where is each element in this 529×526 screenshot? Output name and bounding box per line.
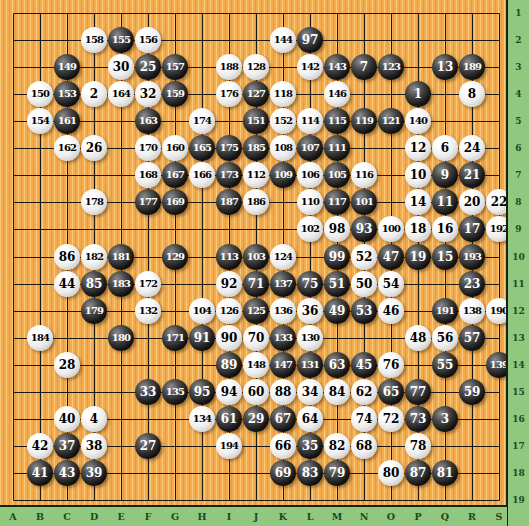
black-stone-25: 25 bbox=[135, 54, 161, 80]
move-number: 116 bbox=[355, 170, 373, 180]
move-number: 131 bbox=[301, 359, 319, 369]
move-number: 78 bbox=[410, 439, 427, 451]
black-stone-129: 129 bbox=[162, 244, 188, 270]
move-number: 178 bbox=[85, 197, 103, 207]
black-stone-97: 97 bbox=[297, 27, 323, 53]
white-stone-126: 126 bbox=[216, 298, 242, 324]
white-stone-188: 188 bbox=[216, 54, 242, 80]
move-number: 150 bbox=[31, 89, 49, 99]
move-number: 147 bbox=[274, 359, 292, 369]
move-number: 168 bbox=[139, 170, 157, 180]
column-labels: ABCDEFGHIJKLMNOPQRS bbox=[0, 507, 507, 526]
move-number: 66 bbox=[275, 439, 292, 451]
move-number: 65 bbox=[383, 385, 400, 397]
black-stone-65: 65 bbox=[378, 379, 404, 405]
col-label-G: G bbox=[168, 511, 182, 522]
move-number: 127 bbox=[247, 89, 265, 99]
black-stone-71: 71 bbox=[243, 271, 269, 297]
white-stone-48: 48 bbox=[405, 325, 431, 351]
white-stone-30: 30 bbox=[108, 54, 134, 80]
black-stone-123: 123 bbox=[378, 54, 404, 80]
move-number: 151 bbox=[247, 116, 265, 126]
row-label-17: 17 bbox=[508, 441, 529, 451]
white-stone-82: 82 bbox=[324, 433, 350, 459]
black-stone-81: 81 bbox=[432, 460, 458, 486]
move-number: 105 bbox=[328, 170, 346, 180]
white-stone-124: 124 bbox=[270, 244, 296, 270]
black-stone-47: 47 bbox=[378, 244, 404, 270]
black-stone-83: 83 bbox=[297, 460, 323, 486]
black-stone-55: 55 bbox=[432, 352, 458, 378]
move-number: 181 bbox=[112, 251, 130, 261]
move-number: 91 bbox=[194, 331, 211, 343]
row-label-7: 7 bbox=[508, 170, 529, 180]
black-stone-57: 57 bbox=[459, 325, 485, 351]
move-number: 76 bbox=[383, 358, 400, 370]
col-label-F: F bbox=[141, 511, 155, 522]
col-label-A: A bbox=[6, 511, 20, 522]
col-label-P: P bbox=[411, 511, 425, 522]
black-stone-77: 77 bbox=[405, 379, 431, 405]
move-number: 23 bbox=[464, 277, 481, 289]
white-stone-78: 78 bbox=[405, 433, 431, 459]
white-stone-64: 64 bbox=[297, 406, 323, 432]
move-number: 117 bbox=[328, 197, 346, 207]
move-number: 37 bbox=[59, 439, 76, 451]
move-number: 182 bbox=[85, 251, 103, 261]
move-number: 29 bbox=[248, 412, 265, 424]
move-number: 140 bbox=[409, 116, 427, 126]
move-number: 28 bbox=[59, 358, 76, 370]
move-number: 153 bbox=[58, 89, 76, 99]
row-label-2: 2 bbox=[508, 35, 529, 45]
white-stone-136: 136 bbox=[270, 298, 296, 324]
move-number: 70 bbox=[248, 331, 265, 343]
move-number: 9 bbox=[441, 169, 449, 181]
move-number: 104 bbox=[193, 305, 211, 315]
move-number: 24 bbox=[464, 142, 481, 154]
black-stone-79: 79 bbox=[324, 460, 350, 486]
black-stone-179: 179 bbox=[81, 298, 107, 324]
white-stone-104: 104 bbox=[189, 298, 215, 324]
white-stone-118: 118 bbox=[270, 81, 296, 107]
move-number: 106 bbox=[301, 170, 319, 180]
black-stone-137: 137 bbox=[270, 271, 296, 297]
move-number: 85 bbox=[86, 277, 103, 289]
black-stone-149: 149 bbox=[54, 54, 80, 80]
row-label-13: 13 bbox=[508, 333, 529, 343]
move-number: 149 bbox=[58, 62, 76, 72]
black-stone-87: 87 bbox=[405, 460, 431, 486]
move-number: 10 bbox=[410, 169, 427, 181]
move-number: 167 bbox=[166, 170, 184, 180]
move-number: 159 bbox=[166, 89, 184, 99]
row-label-4: 4 bbox=[508, 89, 529, 99]
white-stone-36: 36 bbox=[297, 298, 323, 324]
black-stone-159: 159 bbox=[162, 81, 188, 107]
black-stone-49: 49 bbox=[324, 298, 350, 324]
black-stone-113: 113 bbox=[216, 244, 242, 270]
move-number: 94 bbox=[221, 385, 238, 397]
black-stone-59: 59 bbox=[459, 379, 485, 405]
move-number: 98 bbox=[329, 223, 346, 235]
move-number: 112 bbox=[247, 170, 265, 180]
move-number: 68 bbox=[356, 439, 373, 451]
white-stone-182: 182 bbox=[81, 244, 107, 270]
black-stone-35: 35 bbox=[297, 433, 323, 459]
move-number: 17 bbox=[464, 223, 481, 235]
black-stone-99: 99 bbox=[324, 244, 350, 270]
go-board[interactable]: 1581551561449714930251571881281421437123… bbox=[0, 0, 507, 506]
black-stone-69: 69 bbox=[270, 460, 296, 486]
white-stone-194: 194 bbox=[216, 433, 242, 459]
move-number: 93 bbox=[356, 223, 373, 235]
move-number: 15 bbox=[437, 250, 454, 262]
move-number: 97 bbox=[302, 34, 319, 46]
move-number: 189 bbox=[463, 62, 481, 72]
move-number: 100 bbox=[382, 224, 400, 234]
move-number: 132 bbox=[139, 305, 157, 315]
move-number: 88 bbox=[275, 385, 292, 397]
move-number: 134 bbox=[193, 413, 211, 423]
white-stone-156: 156 bbox=[135, 27, 161, 53]
move-number: 161 bbox=[58, 116, 76, 126]
move-number: 48 bbox=[410, 331, 427, 343]
move-number: 2 bbox=[90, 88, 98, 100]
white-stone-4: 4 bbox=[81, 406, 107, 432]
black-stone-127: 127 bbox=[243, 81, 269, 107]
move-number: 124 bbox=[274, 251, 292, 261]
white-stone-42: 42 bbox=[27, 433, 53, 459]
move-number: 185 bbox=[247, 143, 265, 153]
move-number: 18 bbox=[410, 223, 427, 235]
row-label-8: 8 bbox=[508, 197, 529, 207]
move-number: 166 bbox=[193, 170, 211, 180]
move-number: 143 bbox=[328, 62, 346, 72]
move-number: 33 bbox=[140, 385, 157, 397]
move-number: 194 bbox=[220, 440, 238, 450]
col-label-H: H bbox=[195, 511, 209, 522]
black-stone-29: 29 bbox=[243, 406, 269, 432]
white-stone-60: 60 bbox=[243, 379, 269, 405]
white-stone-184: 184 bbox=[27, 325, 53, 351]
black-stone-189: 189 bbox=[459, 54, 485, 80]
move-number: 186 bbox=[247, 197, 265, 207]
move-number: 61 bbox=[221, 412, 238, 424]
black-stone-153: 153 bbox=[54, 81, 80, 107]
move-number: 162 bbox=[58, 143, 76, 153]
move-number: 36 bbox=[302, 304, 319, 316]
black-stone-27: 27 bbox=[135, 433, 161, 459]
move-number: 123 bbox=[382, 62, 400, 72]
black-stone-155: 155 bbox=[108, 27, 134, 53]
col-label-I: I bbox=[222, 511, 236, 522]
move-number: 39 bbox=[86, 467, 103, 479]
white-stone-128: 128 bbox=[243, 54, 269, 80]
move-number: 56 bbox=[437, 331, 454, 343]
move-number: 155 bbox=[112, 35, 130, 45]
move-number: 79 bbox=[329, 467, 346, 479]
move-number: 46 bbox=[383, 304, 400, 316]
move-number: 52 bbox=[356, 250, 373, 262]
move-number: 187 bbox=[220, 197, 238, 207]
white-stone-44: 44 bbox=[54, 271, 80, 297]
white-stone-40: 40 bbox=[54, 406, 80, 432]
white-stone-50: 50 bbox=[351, 271, 377, 297]
move-number: 115 bbox=[328, 116, 346, 126]
move-number: 20 bbox=[464, 196, 481, 208]
row-label-5: 5 bbox=[508, 116, 529, 126]
move-number: 180 bbox=[112, 332, 130, 342]
black-stone-61: 61 bbox=[216, 406, 242, 432]
move-number: 113 bbox=[220, 251, 238, 261]
move-number: 45 bbox=[356, 358, 373, 370]
white-stone-8: 8 bbox=[459, 81, 485, 107]
col-label-N: N bbox=[357, 511, 371, 522]
move-number: 22 bbox=[491, 196, 508, 208]
move-number: 27 bbox=[140, 439, 157, 451]
white-stone-148: 148 bbox=[243, 352, 269, 378]
col-label-M: M bbox=[330, 511, 344, 522]
white-stone-70: 70 bbox=[243, 325, 269, 351]
white-stone-52: 52 bbox=[351, 244, 377, 270]
move-number: 84 bbox=[329, 385, 346, 397]
black-stone-7: 7 bbox=[351, 54, 377, 80]
black-stone-85: 85 bbox=[81, 271, 107, 297]
move-number: 7 bbox=[360, 61, 368, 73]
move-number: 169 bbox=[166, 197, 184, 207]
white-stone-84: 84 bbox=[324, 379, 350, 405]
move-number: 184 bbox=[31, 332, 49, 342]
white-stone-130: 130 bbox=[297, 325, 323, 351]
white-stone-86: 86 bbox=[54, 244, 80, 270]
black-stone-51: 51 bbox=[324, 271, 350, 297]
move-number: 71 bbox=[248, 277, 265, 289]
move-number: 43 bbox=[59, 467, 76, 479]
move-number: 173 bbox=[220, 170, 238, 180]
move-number: 165 bbox=[193, 143, 211, 153]
col-label-J: J bbox=[249, 511, 263, 522]
move-number: 35 bbox=[302, 439, 319, 451]
row-label-19: 19 bbox=[508, 495, 529, 505]
black-stone-13: 13 bbox=[432, 54, 458, 80]
move-number: 87 bbox=[410, 467, 427, 479]
move-number: 156 bbox=[139, 35, 157, 45]
row-labels: 12345678910111213141516171819 bbox=[508, 0, 529, 526]
white-stone-144: 144 bbox=[270, 27, 296, 53]
white-stone-132: 132 bbox=[135, 298, 161, 324]
move-number: 8 bbox=[468, 88, 476, 100]
white-stone-76: 76 bbox=[378, 352, 404, 378]
black-stone-133: 133 bbox=[270, 325, 296, 351]
col-label-R: R bbox=[465, 511, 479, 522]
col-label-S: S bbox=[492, 511, 506, 522]
move-number: 11 bbox=[437, 196, 454, 208]
move-number: 55 bbox=[437, 358, 454, 370]
move-number: 16 bbox=[437, 223, 454, 235]
move-number: 108 bbox=[274, 143, 292, 153]
move-number: 126 bbox=[220, 305, 238, 315]
white-stone-158: 158 bbox=[81, 27, 107, 53]
white-stone-146: 146 bbox=[324, 81, 350, 107]
move-number: 14 bbox=[410, 196, 427, 208]
move-number: 177 bbox=[139, 197, 157, 207]
row-label-9: 9 bbox=[508, 224, 529, 234]
white-stone-80: 80 bbox=[378, 460, 404, 486]
move-number: 158 bbox=[85, 35, 103, 45]
move-number: 90 bbox=[221, 331, 238, 343]
move-number: 60 bbox=[248, 385, 265, 397]
black-stone-91: 91 bbox=[189, 325, 215, 351]
move-number: 176 bbox=[220, 89, 238, 99]
move-number: 130 bbox=[301, 332, 319, 342]
move-number: 69 bbox=[275, 467, 292, 479]
move-number: 175 bbox=[220, 143, 238, 153]
black-stone-193: 193 bbox=[459, 244, 485, 270]
white-stone-68: 68 bbox=[351, 433, 377, 459]
col-label-Q: Q bbox=[438, 511, 452, 522]
move-number: 193 bbox=[463, 251, 481, 261]
move-number: 54 bbox=[383, 277, 400, 289]
move-number: 107 bbox=[301, 143, 319, 153]
white-stone-28: 28 bbox=[54, 352, 80, 378]
move-number: 19 bbox=[410, 250, 427, 262]
move-number: 73 bbox=[410, 412, 427, 424]
move-number: 3 bbox=[441, 412, 449, 424]
col-label-O: O bbox=[384, 511, 398, 522]
move-number: 62 bbox=[356, 385, 373, 397]
row-label-1: 1 bbox=[508, 8, 529, 18]
black-stone-73: 73 bbox=[405, 406, 431, 432]
black-stone-3: 3 bbox=[432, 406, 458, 432]
move-number: 13 bbox=[437, 61, 454, 73]
move-number: 40 bbox=[59, 412, 76, 424]
move-number: 174 bbox=[193, 116, 211, 126]
col-label-E: E bbox=[114, 511, 128, 522]
black-stone-125: 125 bbox=[243, 298, 269, 324]
move-number: 128 bbox=[247, 62, 265, 72]
black-stone-171: 171 bbox=[162, 325, 188, 351]
white-stone-142: 142 bbox=[297, 54, 323, 80]
move-number: 32 bbox=[140, 88, 157, 100]
white-stone-54: 54 bbox=[378, 271, 404, 297]
move-number: 144 bbox=[274, 35, 292, 45]
black-stone-41: 41 bbox=[27, 460, 53, 486]
move-number: 129 bbox=[166, 251, 184, 261]
col-label-B: B bbox=[33, 511, 47, 522]
col-label-C: C bbox=[60, 511, 74, 522]
move-number: 72 bbox=[383, 412, 400, 424]
white-stone-138: 138 bbox=[459, 298, 485, 324]
move-number: 59 bbox=[464, 385, 481, 397]
row-label-15: 15 bbox=[508, 387, 529, 397]
move-number: 50 bbox=[356, 277, 373, 289]
row-label-18: 18 bbox=[508, 468, 529, 478]
move-number: 4 bbox=[90, 412, 98, 424]
move-number: 179 bbox=[85, 305, 103, 315]
move-number: 82 bbox=[329, 439, 346, 451]
move-number: 99 bbox=[329, 250, 346, 262]
white-stone-164: 164 bbox=[108, 81, 134, 107]
white-stone-92: 92 bbox=[216, 271, 242, 297]
move-number: 170 bbox=[139, 143, 157, 153]
white-stone-34: 34 bbox=[297, 379, 323, 405]
move-number: 80 bbox=[383, 467, 400, 479]
black-stone-39: 39 bbox=[81, 460, 107, 486]
move-number: 114 bbox=[301, 116, 319, 126]
move-number: 47 bbox=[383, 250, 400, 262]
move-number: 133 bbox=[274, 332, 292, 342]
black-stone-95: 95 bbox=[189, 379, 215, 405]
move-number: 148 bbox=[247, 359, 265, 369]
move-number: 118 bbox=[274, 89, 292, 99]
move-number: 136 bbox=[274, 305, 292, 315]
move-number: 172 bbox=[139, 278, 157, 288]
white-stone-74: 74 bbox=[351, 406, 377, 432]
move-number: 135 bbox=[166, 386, 184, 396]
black-stone-103: 103 bbox=[243, 244, 269, 270]
move-number: 138 bbox=[463, 305, 481, 315]
col-label-L: L bbox=[303, 511, 317, 522]
black-stone-33: 33 bbox=[135, 379, 161, 405]
move-number: 38 bbox=[86, 439, 103, 451]
black-stone-191: 191 bbox=[432, 298, 458, 324]
white-stone-38: 38 bbox=[81, 433, 107, 459]
black-stone-53: 53 bbox=[351, 298, 377, 324]
move-number: 154 bbox=[31, 116, 49, 126]
white-stone-134: 134 bbox=[189, 406, 215, 432]
move-number: 64 bbox=[302, 412, 319, 424]
goban-frame: 1581551561449714930251571881281421437123… bbox=[0, 0, 529, 526]
row-label-16: 16 bbox=[508, 414, 529, 424]
black-stone-43: 43 bbox=[54, 460, 80, 486]
move-number: 41 bbox=[32, 467, 49, 479]
move-number: 110 bbox=[301, 197, 319, 207]
black-stone-181: 181 bbox=[108, 244, 134, 270]
black-stone-37: 37 bbox=[54, 433, 80, 459]
move-number: 74 bbox=[356, 412, 373, 424]
black-stone-143: 143 bbox=[324, 54, 350, 80]
move-number: 1 bbox=[414, 88, 422, 100]
move-number: 125 bbox=[247, 305, 265, 315]
white-stone-90: 90 bbox=[216, 325, 242, 351]
black-stone-183: 183 bbox=[108, 271, 134, 297]
black-stone-1: 1 bbox=[405, 81, 431, 107]
move-number: 102 bbox=[301, 224, 319, 234]
row-label-12: 12 bbox=[508, 306, 529, 316]
move-number: 63 bbox=[329, 358, 346, 370]
move-number: 137 bbox=[274, 278, 292, 288]
black-stone-63: 63 bbox=[324, 352, 350, 378]
move-number: 44 bbox=[59, 277, 76, 289]
move-number: 34 bbox=[302, 385, 319, 397]
move-number: 26 bbox=[86, 142, 103, 154]
move-number: 51 bbox=[329, 277, 346, 289]
move-number: 25 bbox=[140, 61, 157, 73]
move-number: 49 bbox=[329, 304, 346, 316]
white-stone-94: 94 bbox=[216, 379, 242, 405]
black-stone-67: 67 bbox=[270, 406, 296, 432]
move-number: 75 bbox=[302, 277, 319, 289]
row-label-3: 3 bbox=[508, 62, 529, 72]
black-stone-23: 23 bbox=[459, 271, 485, 297]
move-number: 109 bbox=[274, 170, 292, 180]
move-number: 89 bbox=[221, 358, 238, 370]
black-stone-45: 45 bbox=[351, 352, 377, 378]
black-stone-157: 157 bbox=[162, 54, 188, 80]
row-label-10: 10 bbox=[508, 252, 529, 262]
move-number: 57 bbox=[464, 331, 481, 343]
